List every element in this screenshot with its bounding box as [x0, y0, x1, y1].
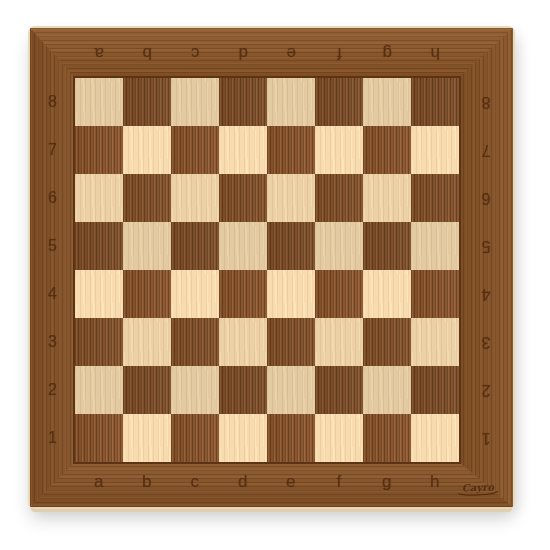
rank-label-left-8: 8 [30, 78, 75, 126]
square-c3[interactable] [171, 318, 219, 366]
square-a4[interactable] [75, 270, 123, 318]
square-a8[interactable] [75, 78, 123, 126]
rank-label-right-4: 4 [459, 270, 513, 318]
square-f6[interactable] [315, 174, 363, 222]
square-g6[interactable] [363, 174, 411, 222]
square-e4[interactable] [267, 270, 315, 318]
file-labels-bottom: abcdefgh [75, 464, 459, 500]
square-a6[interactable] [75, 174, 123, 222]
square-e1[interactable] [267, 414, 315, 462]
square-g5[interactable] [363, 222, 411, 270]
square-g7[interactable] [363, 126, 411, 174]
square-g4[interactable] [363, 270, 411, 318]
square-b4[interactable] [123, 270, 171, 318]
square-b8[interactable] [123, 78, 171, 126]
square-f8[interactable] [315, 78, 363, 126]
square-h8[interactable] [411, 78, 459, 126]
photo-background: abcdefgh 87654321 87654321 abcdefgh Cayr… [0, 0, 550, 550]
square-e8[interactable] [267, 78, 315, 126]
square-e7[interactable] [267, 126, 315, 174]
rank-label-left-1: 1 [30, 414, 75, 462]
file-label-top-c: c [171, 35, 219, 71]
file-label-bottom-f: f [315, 464, 363, 500]
square-h2[interactable] [411, 366, 459, 414]
rank-label-left-6: 6 [30, 174, 75, 222]
square-f1[interactable] [315, 414, 363, 462]
file-label-top-g: g [363, 35, 411, 71]
square-e2[interactable] [267, 366, 315, 414]
rank-label-right-7: 7 [459, 126, 513, 174]
file-label-bottom-d: d [219, 464, 267, 500]
rank-label-left-2: 2 [30, 366, 75, 414]
square-e5[interactable] [267, 222, 315, 270]
square-b5[interactable] [123, 222, 171, 270]
square-g2[interactable] [363, 366, 411, 414]
square-c1[interactable] [171, 414, 219, 462]
file-label-bottom-c: c [171, 464, 219, 500]
brand-logo: Cayro [456, 480, 501, 498]
square-d4[interactable] [219, 270, 267, 318]
file-labels-top: abcdefgh [75, 35, 459, 71]
square-a3[interactable] [75, 318, 123, 366]
square-d3[interactable] [219, 318, 267, 366]
square-f5[interactable] [315, 222, 363, 270]
square-f3[interactable] [315, 318, 363, 366]
square-e6[interactable] [267, 174, 315, 222]
rank-label-right-1: 1 [459, 414, 513, 462]
square-a1[interactable] [75, 414, 123, 462]
rank-label-right-8: 8 [459, 78, 513, 126]
square-f7[interactable] [315, 126, 363, 174]
brand-logo-text: Cayro [462, 481, 496, 494]
rank-labels-left: 87654321 [30, 78, 75, 462]
file-label-top-a: a [75, 35, 123, 71]
square-h6[interactable] [411, 174, 459, 222]
square-h5[interactable] [411, 222, 459, 270]
square-h7[interactable] [411, 126, 459, 174]
square-h3[interactable] [411, 318, 459, 366]
square-d8[interactable] [219, 78, 267, 126]
rank-label-left-7: 7 [30, 126, 75, 174]
square-b6[interactable] [123, 174, 171, 222]
rank-label-left-3: 3 [30, 318, 75, 366]
square-g1[interactable] [363, 414, 411, 462]
play-area [75, 78, 459, 462]
rank-label-right-3: 3 [459, 318, 513, 366]
file-label-top-b: b [123, 35, 171, 71]
square-c2[interactable] [171, 366, 219, 414]
chess-board: abcdefgh 87654321 87654321 abcdefgh Cayr… [30, 28, 513, 507]
square-h1[interactable] [411, 414, 459, 462]
file-label-top-f: f [315, 35, 363, 71]
file-label-bottom-b: b [123, 464, 171, 500]
file-label-bottom-g: g [363, 464, 411, 500]
rank-label-left-4: 4 [30, 270, 75, 318]
square-a5[interactable] [75, 222, 123, 270]
file-label-top-d: d [219, 35, 267, 71]
square-d6[interactable] [219, 174, 267, 222]
rank-label-right-6: 6 [459, 174, 513, 222]
square-f2[interactable] [315, 366, 363, 414]
square-d7[interactable] [219, 126, 267, 174]
square-a2[interactable] [75, 366, 123, 414]
rank-labels-right: 87654321 [459, 78, 513, 462]
square-c4[interactable] [171, 270, 219, 318]
rank-label-right-5: 5 [459, 222, 513, 270]
square-d2[interactable] [219, 366, 267, 414]
square-f4[interactable] [315, 270, 363, 318]
square-d5[interactable] [219, 222, 267, 270]
square-b1[interactable] [123, 414, 171, 462]
square-b2[interactable] [123, 366, 171, 414]
file-label-top-e: e [267, 35, 315, 71]
square-e3[interactable] [267, 318, 315, 366]
square-c8[interactable] [171, 78, 219, 126]
square-h4[interactable] [411, 270, 459, 318]
square-c5[interactable] [171, 222, 219, 270]
file-label-top-h: h [411, 35, 459, 71]
square-c7[interactable] [171, 126, 219, 174]
square-b3[interactable] [123, 318, 171, 366]
rank-label-right-2: 2 [459, 366, 513, 414]
square-g8[interactable] [363, 78, 411, 126]
file-label-bottom-a: a [75, 464, 123, 500]
rank-label-left-5: 5 [30, 222, 75, 270]
square-g3[interactable] [363, 318, 411, 366]
square-d1[interactable] [219, 414, 267, 462]
square-a7[interactable] [75, 126, 123, 174]
square-c6[interactable] [171, 174, 219, 222]
square-b7[interactable] [123, 126, 171, 174]
file-label-bottom-e: e [267, 464, 315, 500]
file-label-bottom-h: h [411, 464, 459, 500]
